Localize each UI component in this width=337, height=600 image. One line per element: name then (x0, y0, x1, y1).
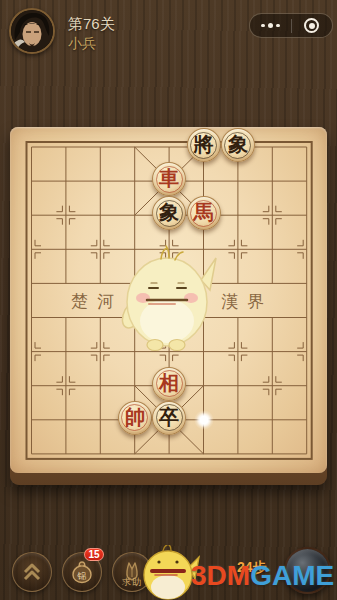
chick-mascot-board (115, 242, 225, 354)
miniprogram-capsule (249, 13, 333, 38)
piece-character: 帥 (125, 407, 145, 427)
level-label: 第76关 (68, 15, 115, 34)
piece-red-帥[interactable]: 帥 (118, 401, 152, 435)
bag-count-badge: 15 (84, 548, 104, 561)
piece-character: 卒 (159, 407, 179, 427)
piece-black-象[interactable]: 象 (221, 128, 255, 162)
piece-red-車[interactable]: 車 (152, 162, 186, 196)
expand-button[interactable] (12, 552, 52, 592)
piece-black-將[interactable]: 將 (187, 128, 221, 162)
avatar-portrait (11, 10, 53, 52)
river-text-right: 漢界 (221, 290, 273, 313)
board-base: 楚河 漢界 將象車象馬相帥卒 (10, 127, 327, 485)
player-avatar (9, 8, 55, 54)
piece-red-馬[interactable]: 馬 (187, 196, 221, 230)
bag-character: 锦 (63, 570, 101, 583)
piece-character: 象 (159, 202, 179, 222)
app-screen: 第76关 小兵 楚河 漢界 (0, 0, 337, 600)
more-dots-icon (261, 23, 280, 29)
more-menu-button[interactable] (250, 14, 291, 37)
close-circle-button[interactable] (292, 14, 333, 37)
piece-character: 象 (228, 134, 248, 154)
piece-red-相[interactable]: 相 (152, 367, 186, 401)
move-hint-dot[interactable] (194, 410, 214, 430)
exit-target-icon (304, 18, 319, 33)
watermark-3dm: 3DM (191, 560, 250, 591)
double-chevron-up-icon (19, 559, 45, 585)
piece-character: 將 (194, 134, 214, 154)
piece-character: 車 (159, 168, 179, 188)
xiangqi-board[interactable]: 楚河 漢界 將象車象馬相帥卒 (10, 127, 327, 473)
site-watermark: 3DMGAME (191, 562, 334, 590)
piece-character: 馬 (194, 202, 214, 222)
piece-character: 相 (159, 373, 179, 393)
stage-name-label: 小兵 (68, 35, 96, 53)
watermark-game: GAME (250, 560, 334, 591)
piece-black-卒[interactable]: 卒 (152, 401, 186, 435)
